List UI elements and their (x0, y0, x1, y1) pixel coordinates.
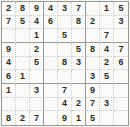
given-digit: 2 (90, 17, 95, 26)
cell-r6c6[interactable] (72, 70, 86, 84)
cell-r4c6[interactable]: 5 (72, 43, 86, 57)
cell-r2c9[interactable]: 3 (114, 16, 128, 30)
cell-r5c9[interactable]: 6 (114, 57, 128, 71)
given-digit: 5 (104, 72, 109, 81)
cell-r3c3[interactable]: 1 (30, 29, 44, 43)
cell-r6c4[interactable] (44, 70, 58, 84)
cell-r1c5[interactable]: 3 (58, 2, 72, 16)
given-digit: 8 (6, 114, 11, 123)
cell-r2c6[interactable]: 8 (72, 16, 86, 30)
given-digit: 8 (90, 45, 95, 54)
given-digit: 2 (76, 99, 81, 108)
given-digit: 9 (90, 86, 95, 95)
cell-r7c4[interactable] (44, 84, 58, 98)
cell-r9c6[interactable]: 1 (72, 111, 86, 125)
given-digit: 8 (20, 4, 25, 13)
cell-r2c2[interactable]: 5 (16, 16, 30, 30)
cell-r8c6[interactable]: 2 (72, 98, 86, 112)
cell-r6c2[interactable]: 1 (16, 70, 30, 84)
given-digit: 5 (62, 31, 67, 40)
given-digit: 5 (20, 17, 25, 26)
given-digit: 7 (104, 31, 109, 40)
cell-r2c4[interactable]: 6 (44, 16, 58, 30)
cell-r7c5[interactable]: 7 (58, 84, 72, 98)
cell-r8c8[interactable]: 3 (100, 98, 114, 112)
cell-r1c1[interactable]: 2 (2, 2, 16, 16)
cell-r9c4[interactable] (44, 111, 58, 125)
cell-r4c5[interactable] (58, 43, 72, 57)
given-digit: 5 (90, 114, 95, 123)
cell-r6c5[interactable] (58, 70, 72, 84)
cell-r4c7[interactable]: 8 (86, 43, 100, 57)
cell-r6c7[interactable]: 3 (86, 70, 100, 84)
cell-r9c9[interactable] (114, 111, 128, 125)
cell-r4c8[interactable]: 4 (100, 43, 114, 57)
given-digit: 9 (6, 45, 11, 54)
cell-r9c3[interactable]: 7 (30, 111, 44, 125)
cell-r5c1[interactable]: 4 (2, 57, 16, 71)
given-digit: 4 (104, 45, 109, 54)
given-digit: 1 (6, 86, 11, 95)
given-digit: 8 (62, 58, 67, 67)
given-digit: 4 (62, 99, 67, 108)
given-digit: 2 (20, 114, 25, 123)
cell-r5c3[interactable]: 5 (30, 57, 44, 71)
given-digit: 7 (90, 99, 95, 108)
cell-r2c5[interactable] (58, 16, 72, 30)
cell-r9c8[interactable] (100, 111, 114, 125)
cell-r4c2[interactable] (16, 43, 30, 57)
given-digit: 2 (104, 58, 109, 67)
cell-r3c8[interactable]: 7 (100, 29, 114, 43)
cell-r3c1[interactable] (2, 29, 16, 43)
cell-r3c4[interactable] (44, 29, 58, 43)
given-digit: 1 (104, 4, 109, 13)
given-digit: 3 (62, 4, 67, 13)
cell-r8c1[interactable] (2, 98, 16, 112)
cell-r2c3[interactable]: 4 (30, 16, 44, 30)
given-digit: 6 (48, 17, 53, 26)
cell-r4c1[interactable]: 9 (2, 43, 16, 57)
given-digit: 1 (20, 72, 25, 81)
cell-r9c1[interactable]: 8 (2, 111, 16, 125)
cell-r7c8[interactable] (100, 84, 114, 98)
cell-r2c7[interactable]: 2 (86, 16, 100, 30)
cell-r1c4[interactable]: 4 (44, 2, 58, 16)
cell-r9c5[interactable]: 9 (58, 111, 72, 125)
cell-r8c4[interactable] (44, 98, 58, 112)
cell-r4c9[interactable]: 7 (114, 43, 128, 57)
cell-r1c8[interactable]: 1 (100, 2, 114, 16)
given-digit: 9 (62, 114, 67, 123)
given-digit: 3 (104, 99, 109, 108)
given-digit: 7 (118, 45, 123, 54)
cell-r7c7[interactable]: 9 (86, 84, 100, 98)
given-digit: 6 (118, 58, 123, 67)
given-digit: 4 (48, 4, 53, 13)
cell-r8c7[interactable]: 7 (86, 98, 100, 112)
cell-r5c5[interactable]: 8 (58, 57, 72, 71)
given-digit: 5 (76, 45, 81, 54)
cell-r7c1[interactable]: 1 (2, 84, 16, 98)
given-digit: 3 (34, 86, 39, 95)
cell-r8c5[interactable]: 4 (58, 98, 72, 112)
cell-r6c8[interactable]: 5 (100, 70, 114, 84)
cell-r1c3[interactable]: 9 (30, 2, 44, 16)
given-digit: 1 (34, 31, 39, 40)
cell-r1c6[interactable]: 7 (72, 2, 86, 16)
cell-r1c2[interactable]: 8 (16, 2, 30, 16)
cell-r8c2[interactable] (16, 98, 30, 112)
given-digit: 3 (76, 58, 81, 67)
given-digit: 7 (62, 86, 67, 95)
cell-r9c2[interactable]: 2 (16, 111, 30, 125)
cell-r5c6[interactable]: 3 (72, 57, 86, 71)
cell-r2c1[interactable]: 7 (2, 16, 16, 30)
given-digit: 7 (6, 17, 11, 26)
cell-r8c9[interactable] (114, 98, 128, 112)
cell-r9c7[interactable]: 5 (86, 111, 100, 125)
cell-r6c9[interactable] (114, 70, 128, 84)
given-digit: 8 (76, 17, 81, 26)
given-digit: 2 (6, 4, 11, 13)
cell-r3c5[interactable]: 5 (58, 29, 72, 43)
cell-r4c4[interactable] (44, 43, 58, 57)
given-digit: 2 (34, 45, 39, 54)
given-digit: 3 (118, 17, 123, 26)
given-digit: 3 (90, 72, 95, 81)
cell-r3c7[interactable] (86, 29, 100, 43)
given-digit: 4 (6, 58, 11, 67)
cell-r5c7[interactable] (86, 57, 100, 71)
given-digit: 7 (76, 4, 81, 13)
cell-r7c6[interactable] (72, 84, 86, 98)
cell-r2c8[interactable] (100, 16, 114, 30)
cell-r8c3[interactable] (30, 98, 44, 112)
given-digit: 9 (34, 4, 39, 13)
given-digit: 1 (76, 114, 81, 123)
cell-r3c2[interactable] (16, 29, 30, 43)
cell-r5c2[interactable] (16, 57, 30, 71)
given-digit: 5 (118, 4, 123, 13)
cell-r6c1[interactable]: 6 (2, 70, 16, 84)
cell-r1c7[interactable] (86, 2, 100, 16)
cell-r1c9[interactable]: 5 (114, 2, 128, 16)
cell-r3c6[interactable] (72, 29, 86, 43)
cell-r5c4[interactable] (44, 57, 58, 71)
given-digit: 4 (34, 17, 39, 26)
given-digit: 5 (34, 58, 39, 67)
cell-r7c2[interactable] (16, 84, 30, 98)
given-digit: 6 (6, 72, 11, 81)
cell-r6c3[interactable] (30, 70, 44, 84)
cell-r3c9[interactable] (114, 29, 128, 43)
cell-r7c3[interactable]: 3 (30, 84, 44, 98)
given-digit: 7 (34, 114, 39, 123)
cell-r5c8[interactable]: 2 (100, 57, 114, 71)
sudoku-board: 2894371575468231579258474583266135137942… (1, 1, 129, 126)
cell-r4c3[interactable]: 2 (30, 43, 44, 57)
cell-r7c9[interactable] (114, 84, 128, 98)
